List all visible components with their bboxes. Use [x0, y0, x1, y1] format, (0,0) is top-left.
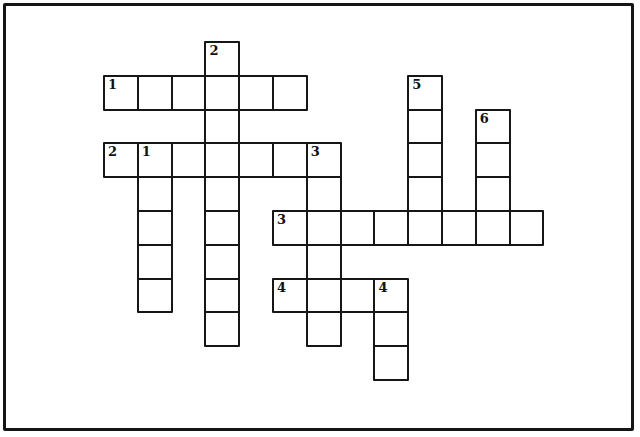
grid-cell-r5c11[interactable] [475, 210, 511, 246]
clue-number: 2 [108, 144, 117, 159]
grid-cell-r3c2[interactable] [171, 142, 207, 178]
grid-cell-r8c8[interactable] [373, 311, 409, 347]
grid-cell-r9c8[interactable] [373, 345, 409, 381]
grid-cell-r1c1[interactable] [137, 75, 173, 111]
grid-cell-r5c12[interactable] [509, 210, 545, 246]
grid-cell-r5c6[interactable] [306, 210, 342, 246]
grid-cell-r8c6[interactable] [306, 311, 342, 347]
grid-cell-r3c4[interactable] [238, 142, 274, 178]
grid-cell-r5c8[interactable] [373, 210, 409, 246]
clue-number: 1 [142, 144, 151, 159]
clue-number: 3 [277, 212, 286, 227]
crossword-board: 2156213344 [0, 0, 640, 437]
clue-number: 6 [480, 111, 489, 126]
grid-cell-r6c1[interactable] [137, 244, 173, 280]
grid-cell-r7c6[interactable] [306, 278, 342, 314]
grid-cell-r5c5[interactable]: 3 [272, 210, 308, 246]
grid-cell-r7c3[interactable] [204, 278, 240, 314]
grid-cell-r1c2[interactable] [171, 75, 207, 111]
grid-cell-r1c9[interactable]: 5 [407, 75, 443, 111]
grid-cell-r3c0[interactable]: 2 [103, 142, 139, 178]
clue-number: 3 [311, 144, 320, 159]
grid-cell-r7c1[interactable] [137, 278, 173, 314]
grid-cell-r5c1[interactable] [137, 210, 173, 246]
grid-cell-r1c0[interactable]: 1 [103, 75, 139, 111]
grid-cell-r3c6[interactable]: 3 [306, 142, 342, 178]
grid-cell-r6c6[interactable] [306, 244, 342, 280]
grid-cell-r2c9[interactable] [407, 109, 443, 145]
clue-number: 4 [378, 280, 387, 295]
scanned-page: 2156213344 [0, 0, 640, 437]
grid-cell-r1c4[interactable] [238, 75, 274, 111]
grid-cell-r7c8[interactable]: 4 [373, 278, 409, 314]
grid-cell-r7c5[interactable]: 4 [272, 278, 308, 314]
clue-number: 5 [412, 77, 421, 92]
grid-cell-r4c11[interactable] [475, 176, 511, 212]
grid-cell-r2c3[interactable] [204, 109, 240, 145]
grid-cell-r4c1[interactable] [137, 176, 173, 212]
grid-cell-r3c5[interactable] [272, 142, 308, 178]
grid-cell-r4c3[interactable] [204, 176, 240, 212]
clue-number: 1 [108, 77, 117, 92]
grid-cell-r3c11[interactable] [475, 142, 511, 178]
grid-cell-r1c3[interactable] [204, 75, 240, 111]
grid-cell-r3c9[interactable] [407, 142, 443, 178]
grid-cell-r4c6[interactable] [306, 176, 342, 212]
grid-cell-r5c7[interactable] [340, 210, 376, 246]
grid-cell-r4c9[interactable] [407, 176, 443, 212]
grid-cell-r6c3[interactable] [204, 244, 240, 280]
grid-cell-r3c3[interactable] [204, 142, 240, 178]
grid-cell-r0c3[interactable]: 2 [204, 41, 240, 77]
grid-cell-r7c7[interactable] [340, 278, 376, 314]
grid-cell-r5c9[interactable] [407, 210, 443, 246]
grid-cell-r8c3[interactable] [204, 311, 240, 347]
grid-cell-r2c11[interactable]: 6 [475, 109, 511, 145]
clue-number: 2 [209, 43, 218, 58]
grid-cell-r3c1[interactable]: 1 [137, 142, 173, 178]
clue-number: 4 [277, 280, 286, 295]
grid-cell-r5c3[interactable] [204, 210, 240, 246]
grid-cell-r5c10[interactable] [441, 210, 477, 246]
grid-cell-r1c5[interactable] [272, 75, 308, 111]
